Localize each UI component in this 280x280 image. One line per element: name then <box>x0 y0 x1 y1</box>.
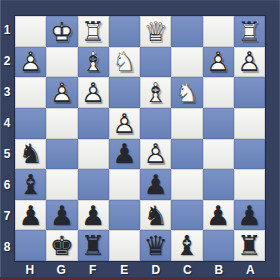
square-e3[interactable] <box>109 77 140 108</box>
white-pawn-icon: ♟♙ <box>112 110 136 137</box>
rank-label-7: 7 <box>0 200 14 231</box>
square-h2[interactable]: ♟♙ <box>15 47 46 78</box>
black-knight-icon: ♞ <box>144 202 168 229</box>
file-labels: HGFEDCBA <box>14 262 266 277</box>
square-f2[interactable]: ♝♗ <box>78 47 109 78</box>
file-label-b: B <box>203 262 235 277</box>
white-pawn-icon: ♟♙ <box>144 140 168 167</box>
square-c2[interactable] <box>171 47 202 78</box>
black-bishop-icon: ♝ <box>19 171 43 198</box>
square-f1[interactable]: ♜♖ <box>78 16 109 47</box>
white-pawn-icon: ♟♙ <box>206 48 230 75</box>
square-g1[interactable]: ♚♔ <box>46 16 77 47</box>
square-e7[interactable] <box>109 200 140 231</box>
square-g4[interactable] <box>46 108 77 139</box>
square-c7[interactable] <box>171 200 202 231</box>
square-h3[interactable] <box>15 77 46 108</box>
square-c3[interactable]: ♞♘ <box>171 77 202 108</box>
black-pawn-icon: ♟ <box>206 202 230 229</box>
file-label-g: G <box>46 262 78 277</box>
square-f5[interactable] <box>78 139 109 170</box>
square-b3[interactable] <box>203 77 234 108</box>
rank-label-3: 3 <box>0 77 14 108</box>
white-pawn-icon: ♟♙ <box>237 48 261 75</box>
square-d1[interactable]: ♛♕ <box>140 16 171 47</box>
black-pawn-icon: ♟ <box>50 202 74 229</box>
square-a6[interactable] <box>234 169 265 200</box>
black-pawn-icon: ♟ <box>237 202 261 229</box>
square-g8[interactable]: ♚ <box>46 230 77 261</box>
square-e1[interactable] <box>109 16 140 47</box>
white-bishop-icon: ♝♗ <box>81 48 105 75</box>
square-g6[interactable] <box>46 169 77 200</box>
square-b5[interactable] <box>203 139 234 170</box>
square-h4[interactable] <box>15 108 46 139</box>
square-c1[interactable] <box>171 16 202 47</box>
white-pawn-icon: ♟♙ <box>81 79 105 106</box>
black-bishop-icon: ♝ <box>175 232 199 259</box>
rank-label-8: 8 <box>0 231 14 262</box>
rank-label-6: 6 <box>0 169 14 200</box>
square-b1[interactable] <box>203 16 234 47</box>
square-e2[interactable]: ♞♘ <box>109 47 140 78</box>
black-pawn-icon: ♟ <box>112 140 136 167</box>
square-h5[interactable]: ♞ <box>15 139 46 170</box>
black-rook-icon: ♜ <box>237 232 261 259</box>
square-a3[interactable] <box>234 77 265 108</box>
square-e8[interactable] <box>109 230 140 261</box>
white-pawn-icon: ♟♙ <box>50 79 74 106</box>
square-h6[interactable]: ♝ <box>15 169 46 200</box>
square-g2[interactable] <box>46 47 77 78</box>
rank-label-5: 5 <box>0 139 14 170</box>
square-h8[interactable] <box>15 230 46 261</box>
square-f6[interactable] <box>78 169 109 200</box>
black-pawn-icon: ♟ <box>144 171 168 198</box>
square-g3[interactable]: ♟♙ <box>46 77 77 108</box>
square-d8[interactable]: ♛ <box>140 230 171 261</box>
file-label-h: H <box>14 262 46 277</box>
square-a5[interactable] <box>234 139 265 170</box>
white-pawn-icon: ♟♙ <box>19 48 43 75</box>
square-c8[interactable]: ♝ <box>171 230 202 261</box>
square-b7[interactable]: ♟ <box>203 200 234 231</box>
square-b6[interactable] <box>203 169 234 200</box>
square-a7[interactable]: ♟ <box>234 200 265 231</box>
square-f8[interactable]: ♜ <box>78 230 109 261</box>
square-g7[interactable]: ♟ <box>46 200 77 231</box>
white-bishop-icon: ♝♗ <box>144 79 168 106</box>
square-d6[interactable]: ♟ <box>140 169 171 200</box>
square-b2[interactable]: ♟♙ <box>203 47 234 78</box>
rank-label-2: 2 <box>0 46 14 77</box>
board-grid: ♚♔♜♖♛♕♜♖♟♙♝♗♞♘♟♙♟♙♟♙♟♙♝♗♞♘♟♙♞♟♟♙♝♟♟♟♟♞♟♟… <box>14 15 266 262</box>
square-f3[interactable]: ♟♙ <box>78 77 109 108</box>
black-rook-icon: ♜ <box>81 232 105 259</box>
square-e5[interactable]: ♟ <box>109 139 140 170</box>
white-knight-icon: ♞♘ <box>112 48 136 75</box>
square-c6[interactable] <box>171 169 202 200</box>
square-b4[interactable] <box>203 108 234 139</box>
chess-board-window: 12345678 ♚♔♜♖♛♕♜♖♟♙♝♗♞♘♟♙♟♙♟♙♟♙♝♗♞♘♟♙♞♟♟… <box>0 0 280 280</box>
square-f7[interactable]: ♟ <box>78 200 109 231</box>
square-d5[interactable]: ♟♙ <box>140 139 171 170</box>
square-d4[interactable] <box>140 108 171 139</box>
square-c5[interactable] <box>171 139 202 170</box>
file-label-f: F <box>77 262 109 277</box>
square-e4[interactable]: ♟♙ <box>109 108 140 139</box>
black-king-icon: ♚ <box>50 232 74 259</box>
square-h1[interactable] <box>15 16 46 47</box>
white-rook-icon: ♜♖ <box>81 18 105 45</box>
file-label-d: D <box>140 262 172 277</box>
square-d2[interactable] <box>140 47 171 78</box>
white-knight-icon: ♞♘ <box>175 79 199 106</box>
square-h7[interactable]: ♟ <box>15 200 46 231</box>
square-b8[interactable] <box>203 230 234 261</box>
square-a4[interactable] <box>234 108 265 139</box>
square-f4[interactable] <box>78 108 109 139</box>
file-label-e: E <box>109 262 141 277</box>
rank-labels: 12345678 <box>0 15 14 262</box>
square-d7[interactable]: ♞ <box>140 200 171 231</box>
rank-label-4: 4 <box>0 108 14 139</box>
black-knight-icon: ♞ <box>19 140 43 167</box>
black-pawn-icon: ♟ <box>19 202 43 229</box>
square-a2[interactable]: ♟♙ <box>234 47 265 78</box>
square-g5[interactable] <box>46 139 77 170</box>
square-d3[interactable]: ♝♗ <box>140 77 171 108</box>
black-queen-icon: ♛ <box>144 232 168 259</box>
white-king-icon: ♚♔ <box>50 18 74 45</box>
white-rook-icon: ♜♖ <box>237 18 261 45</box>
rank-label-1: 1 <box>0 15 14 46</box>
file-label-c: C <box>172 262 204 277</box>
square-e6[interactable] <box>109 169 140 200</box>
square-a1[interactable]: ♜♖ <box>234 16 265 47</box>
square-c4[interactable] <box>171 108 202 139</box>
black-pawn-icon: ♟ <box>81 202 105 229</box>
file-label-a: A <box>235 262 267 277</box>
square-a8[interactable]: ♜ <box>234 230 265 261</box>
white-queen-icon: ♛♕ <box>144 18 168 45</box>
